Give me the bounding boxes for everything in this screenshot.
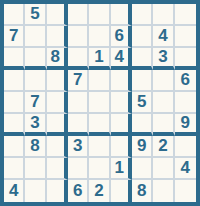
cell-r5c2[interactable]: 7 xyxy=(25,92,46,114)
cell-r1c9[interactable] xyxy=(175,4,196,26)
cell-r2c9[interactable] xyxy=(175,26,196,48)
cell-r9c8[interactable] xyxy=(153,180,174,202)
given-digit: 1 xyxy=(94,48,103,65)
given-digit: 3 xyxy=(158,48,167,65)
cell-r6c7[interactable] xyxy=(132,114,153,136)
cell-r2c1[interactable]: 7 xyxy=(4,26,25,48)
cell-r4c2[interactable] xyxy=(25,70,46,92)
cell-r3c1[interactable] xyxy=(4,48,25,70)
cell-r6c1[interactable] xyxy=(4,114,25,136)
cell-r4c1[interactable] xyxy=(4,70,25,92)
cell-r5c4[interactable] xyxy=(68,92,89,114)
given-digit: 8 xyxy=(51,48,60,65)
cell-r8c7[interactable] xyxy=(132,158,153,180)
cell-r7c5[interactable] xyxy=(89,136,110,158)
cell-r3c4[interactable] xyxy=(68,48,89,70)
given-digit: 5 xyxy=(30,5,39,22)
cell-r5c6[interactable] xyxy=(111,92,132,114)
sudoku-board: 576481437675398392144628 xyxy=(0,0,200,206)
given-digit: 6 xyxy=(181,71,190,88)
given-digit: 7 xyxy=(9,27,18,44)
given-digit: 6 xyxy=(73,182,82,199)
cell-r1c2[interactable]: 5 xyxy=(25,4,46,26)
cell-r8c8[interactable] xyxy=(153,158,174,180)
cell-r4c3[interactable] xyxy=(47,70,68,92)
cell-r5c9[interactable] xyxy=(175,92,196,114)
cell-r7c9[interactable] xyxy=(175,136,196,158)
cell-r5c3[interactable] xyxy=(47,92,68,114)
cell-r5c1[interactable] xyxy=(4,92,25,114)
cell-r6c5[interactable] xyxy=(89,114,110,136)
cell-r2c4[interactable] xyxy=(68,26,89,48)
given-digit: 4 xyxy=(158,27,167,44)
cell-r2c8[interactable]: 4 xyxy=(153,26,174,48)
cell-r2c7[interactable] xyxy=(132,26,153,48)
cell-r9c4[interactable]: 6 xyxy=(68,180,89,202)
given-digit: 3 xyxy=(73,137,82,154)
cell-r9c3[interactable] xyxy=(47,180,68,202)
cell-r7c8[interactable]: 2 xyxy=(153,136,174,158)
cell-r4c6[interactable] xyxy=(111,70,132,92)
cell-r1c7[interactable] xyxy=(132,4,153,26)
cell-r7c7[interactable]: 9 xyxy=(132,136,153,158)
cell-r9c5[interactable]: 2 xyxy=(89,180,110,202)
cell-r9c9[interactable] xyxy=(175,180,196,202)
given-digit: 9 xyxy=(181,114,190,131)
cell-r1c8[interactable] xyxy=(153,4,174,26)
cell-r2c2[interactable] xyxy=(25,26,46,48)
cell-r4c4[interactable]: 7 xyxy=(68,70,89,92)
cell-r8c1[interactable] xyxy=(4,158,25,180)
cell-r3c5[interactable]: 1 xyxy=(89,48,110,70)
cell-r6c9[interactable]: 9 xyxy=(175,114,196,136)
cell-r1c1[interactable] xyxy=(4,4,25,26)
given-digit: 4 xyxy=(115,48,124,65)
cell-r1c5[interactable] xyxy=(89,4,110,26)
cell-r9c6[interactable] xyxy=(111,180,132,202)
cell-r1c6[interactable] xyxy=(111,4,132,26)
cell-r8c5[interactable] xyxy=(89,158,110,180)
cell-r6c6[interactable] xyxy=(111,114,132,136)
given-digit: 5 xyxy=(137,93,146,110)
cell-r9c1[interactable]: 4 xyxy=(4,180,25,202)
cell-r2c5[interactable] xyxy=(89,26,110,48)
given-digit: 6 xyxy=(115,27,124,44)
cell-r9c2[interactable] xyxy=(25,180,46,202)
cell-r7c4[interactable]: 3 xyxy=(68,136,89,158)
cell-r3c6[interactable]: 4 xyxy=(111,48,132,70)
cell-r2c6[interactable]: 6 xyxy=(111,26,132,48)
cell-r5c7[interactable]: 5 xyxy=(132,92,153,114)
cell-r4c5[interactable] xyxy=(89,70,110,92)
given-digit: 7 xyxy=(30,93,39,110)
cell-r7c6[interactable] xyxy=(111,136,132,158)
cell-r8c9[interactable]: 4 xyxy=(175,158,196,180)
cell-r3c7[interactable] xyxy=(132,48,153,70)
cell-r6c3[interactable] xyxy=(47,114,68,136)
cell-r6c4[interactable] xyxy=(68,114,89,136)
cell-r8c2[interactable] xyxy=(25,158,46,180)
cell-r5c8[interactable] xyxy=(153,92,174,114)
cell-r1c3[interactable] xyxy=(47,4,68,26)
cell-r7c1[interactable] xyxy=(4,136,25,158)
cell-r3c9[interactable] xyxy=(175,48,196,70)
cell-r6c2[interactable]: 3 xyxy=(25,114,46,136)
cell-r4c7[interactable] xyxy=(132,70,153,92)
cell-r6c8[interactable] xyxy=(153,114,174,136)
cell-r4c8[interactable] xyxy=(153,70,174,92)
cell-r2c3[interactable] xyxy=(47,26,68,48)
cell-r8c3[interactable] xyxy=(47,158,68,180)
cell-r3c3[interactable]: 8 xyxy=(47,48,68,70)
cell-r5c5[interactable] xyxy=(89,92,110,114)
cell-r7c3[interactable] xyxy=(47,136,68,158)
cell-r4c9[interactable]: 6 xyxy=(175,70,196,92)
given-digit: 4 xyxy=(181,159,190,176)
cell-r7c2[interactable]: 8 xyxy=(25,136,46,158)
cell-r3c8[interactable]: 3 xyxy=(153,48,174,70)
cell-r3c2[interactable] xyxy=(25,48,46,70)
given-digit: 3 xyxy=(30,114,39,131)
given-digit: 2 xyxy=(94,182,103,199)
cell-r1c4[interactable] xyxy=(68,4,89,26)
given-digit: 8 xyxy=(137,182,146,199)
given-digit: 2 xyxy=(158,137,167,154)
cell-r9c7[interactable]: 8 xyxy=(132,180,153,202)
given-digit: 1 xyxy=(115,159,124,176)
given-digit: 9 xyxy=(137,137,146,154)
cell-r8c4[interactable] xyxy=(68,158,89,180)
given-digit: 8 xyxy=(30,137,39,154)
given-digit: 7 xyxy=(73,71,82,88)
cell-r8c6[interactable]: 1 xyxy=(111,158,132,180)
given-digit: 4 xyxy=(9,182,18,199)
